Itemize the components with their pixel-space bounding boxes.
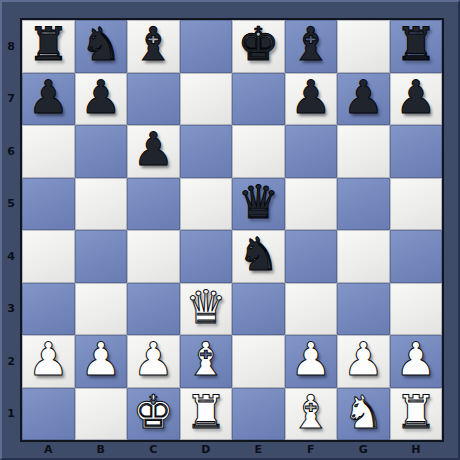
chess-board: ♜♞♝♚♝♜♟♟♟♟♟♟♛♞♛♟♟♟♝♟♟♟♚♜♝♞♜ xyxy=(22,20,442,440)
rank-label-7: 7 xyxy=(2,73,20,126)
piece-white-bishop[interactable]: ♝ xyxy=(185,336,226,382)
file-label-f: F xyxy=(285,440,338,458)
square-c3[interactable] xyxy=(127,283,180,336)
piece-black-bishop[interactable]: ♝ xyxy=(133,21,174,67)
piece-black-pawn[interactable]: ♟ xyxy=(290,74,331,120)
piece-white-pawn[interactable]: ♟ xyxy=(28,336,69,382)
square-a3[interactable] xyxy=(22,283,75,336)
square-a2[interactable]: ♟ xyxy=(22,335,75,388)
rank-labels: 87654321 xyxy=(2,20,20,440)
square-d8[interactable] xyxy=(180,20,233,73)
piece-white-queen[interactable]: ♛ xyxy=(185,284,226,330)
piece-black-king[interactable]: ♚ xyxy=(238,21,279,67)
square-f2[interactable]: ♟ xyxy=(285,335,338,388)
piece-black-bishop[interactable]: ♝ xyxy=(290,21,331,67)
square-e8[interactable]: ♚ xyxy=(232,20,285,73)
square-g1[interactable]: ♞ xyxy=(337,388,390,441)
file-label-h: H xyxy=(390,440,443,458)
square-e7[interactable] xyxy=(232,73,285,126)
piece-black-pawn[interactable]: ♟ xyxy=(80,74,121,120)
square-a5[interactable] xyxy=(22,178,75,231)
square-d1[interactable]: ♜ xyxy=(180,388,233,441)
piece-white-pawn[interactable]: ♟ xyxy=(343,336,384,382)
chess-diagram: 87654321 ABCDEFGH ♜♞♝♚♝♜♟♟♟♟♟♟♛♞♛♟♟♟♝♟♟♟… xyxy=(0,0,460,460)
square-g4[interactable] xyxy=(337,230,390,283)
square-a4[interactable] xyxy=(22,230,75,283)
piece-black-pawn[interactable]: ♟ xyxy=(133,126,174,172)
square-d5[interactable] xyxy=(180,178,233,231)
piece-white-pawn[interactable]: ♟ xyxy=(290,336,331,382)
rank-label-8: 8 xyxy=(2,20,20,73)
piece-white-bishop[interactable]: ♝ xyxy=(290,389,331,435)
rank-label-2: 2 xyxy=(2,335,20,388)
piece-white-pawn[interactable]: ♟ xyxy=(133,336,174,382)
square-c5[interactable] xyxy=(127,178,180,231)
square-e3[interactable] xyxy=(232,283,285,336)
square-b3[interactable] xyxy=(75,283,128,336)
square-f3[interactable] xyxy=(285,283,338,336)
square-b7[interactable]: ♟ xyxy=(75,73,128,126)
square-b5[interactable] xyxy=(75,178,128,231)
square-c7[interactable] xyxy=(127,73,180,126)
square-c2[interactable]: ♟ xyxy=(127,335,180,388)
square-b1[interactable] xyxy=(75,388,128,441)
piece-black-queen[interactable]: ♛ xyxy=(238,179,279,225)
square-d3[interactable]: ♛ xyxy=(180,283,233,336)
piece-white-knight[interactable]: ♞ xyxy=(343,389,384,435)
rank-label-6: 6 xyxy=(2,125,20,178)
rank-label-1: 1 xyxy=(2,388,20,441)
square-f6[interactable] xyxy=(285,125,338,178)
file-label-g: G xyxy=(337,440,390,458)
square-e4[interactable]: ♞ xyxy=(232,230,285,283)
piece-black-pawn[interactable]: ♟ xyxy=(395,74,436,120)
square-b4[interactable] xyxy=(75,230,128,283)
square-c1[interactable]: ♚ xyxy=(127,388,180,441)
square-g2[interactable]: ♟ xyxy=(337,335,390,388)
rank-label-3: 3 xyxy=(2,283,20,336)
square-c4[interactable] xyxy=(127,230,180,283)
file-label-e: E xyxy=(232,440,285,458)
piece-black-pawn[interactable]: ♟ xyxy=(28,74,69,120)
square-h6[interactable] xyxy=(390,125,443,178)
square-f4[interactable] xyxy=(285,230,338,283)
square-b2[interactable]: ♟ xyxy=(75,335,128,388)
square-d4[interactable] xyxy=(180,230,233,283)
square-h5[interactable] xyxy=(390,178,443,231)
square-a7[interactable]: ♟ xyxy=(22,73,75,126)
piece-black-pawn[interactable]: ♟ xyxy=(343,74,384,120)
square-d6[interactable] xyxy=(180,125,233,178)
file-label-d: D xyxy=(180,440,233,458)
square-e2[interactable] xyxy=(232,335,285,388)
piece-black-rook[interactable]: ♜ xyxy=(395,21,436,67)
square-a1[interactable] xyxy=(22,388,75,441)
square-e5[interactable]: ♛ xyxy=(232,178,285,231)
piece-white-king[interactable]: ♚ xyxy=(133,389,174,435)
rank-label-5: 5 xyxy=(2,178,20,231)
square-g3[interactable] xyxy=(337,283,390,336)
square-g8[interactable] xyxy=(337,20,390,73)
square-h3[interactable] xyxy=(390,283,443,336)
square-f5[interactable] xyxy=(285,178,338,231)
piece-white-pawn[interactable]: ♟ xyxy=(80,336,121,382)
piece-white-rook[interactable]: ♜ xyxy=(185,389,226,435)
square-d7[interactable] xyxy=(180,73,233,126)
square-e6[interactable] xyxy=(232,125,285,178)
square-h7[interactable]: ♟ xyxy=(390,73,443,126)
square-e1[interactable] xyxy=(232,388,285,441)
file-label-a: A xyxy=(22,440,75,458)
square-a6[interactable] xyxy=(22,125,75,178)
file-label-c: C xyxy=(127,440,180,458)
piece-black-rook[interactable]: ♜ xyxy=(28,21,69,67)
piece-black-knight[interactable]: ♞ xyxy=(80,21,121,67)
piece-white-pawn[interactable]: ♟ xyxy=(395,336,436,382)
board-outline: ♜♞♝♚♝♜♟♟♟♟♟♟♛♞♛♟♟♟♝♟♟♟♚♜♝♞♜ xyxy=(20,18,444,442)
piece-black-knight[interactable]: ♞ xyxy=(238,231,279,277)
square-c8[interactable]: ♝ xyxy=(127,20,180,73)
square-a8[interactable]: ♜ xyxy=(22,20,75,73)
square-h1[interactable]: ♜ xyxy=(390,388,443,441)
square-f7[interactable]: ♟ xyxy=(285,73,338,126)
square-g5[interactable] xyxy=(337,178,390,231)
square-f1[interactable]: ♝ xyxy=(285,388,338,441)
square-b8[interactable]: ♞ xyxy=(75,20,128,73)
square-g7[interactable]: ♟ xyxy=(337,73,390,126)
square-b6[interactable] xyxy=(75,125,128,178)
file-labels: ABCDEFGH xyxy=(22,440,442,458)
square-f8[interactable]: ♝ xyxy=(285,20,338,73)
rank-label-4: 4 xyxy=(2,230,20,283)
square-d2[interactable]: ♝ xyxy=(180,335,233,388)
square-h4[interactable] xyxy=(390,230,443,283)
square-h2[interactable]: ♟ xyxy=(390,335,443,388)
square-c6[interactable]: ♟ xyxy=(127,125,180,178)
square-h8[interactable]: ♜ xyxy=(390,20,443,73)
file-label-b: B xyxy=(75,440,128,458)
piece-white-rook[interactable]: ♜ xyxy=(395,389,436,435)
square-g6[interactable] xyxy=(337,125,390,178)
